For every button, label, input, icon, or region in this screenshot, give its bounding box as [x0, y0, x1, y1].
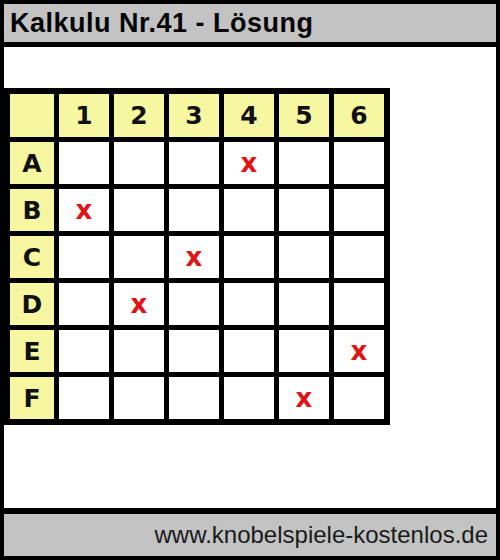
- title-bar: Kalkulu Nr.41 - Lösung: [0, 0, 500, 47]
- cell-E4: [224, 330, 274, 372]
- cell-D2: x: [114, 283, 164, 325]
- cell-D1: [59, 283, 109, 325]
- column-header-4: 4: [224, 94, 274, 137]
- cell-F3: [169, 377, 219, 419]
- cell-B4: [224, 189, 274, 231]
- cell-F5: x: [279, 377, 329, 419]
- cell-D5: [279, 283, 329, 325]
- row-header-A: A: [10, 142, 54, 184]
- cell-B5: [279, 189, 329, 231]
- cell-A5: [279, 142, 329, 184]
- cell-C3: x: [169, 236, 219, 278]
- cell-A2: [114, 142, 164, 184]
- cell-C1: [59, 236, 109, 278]
- cell-A1: [59, 142, 109, 184]
- cell-C5: [279, 236, 329, 278]
- footer-bar: www.knobelspiele-kostenlos.de: [0, 508, 500, 560]
- cell-F2: [114, 377, 164, 419]
- cell-A3: [169, 142, 219, 184]
- page: Kalkulu Nr.41 - Lösung 123456AxBxCxDxExF…: [0, 0, 500, 560]
- column-header-3: 3: [169, 94, 219, 137]
- content-area: 123456AxBxCxDxExFx: [0, 47, 500, 508]
- cell-C6: [334, 236, 384, 278]
- corner-cell: [10, 94, 54, 137]
- cell-F4: [224, 377, 274, 419]
- row-header-C: C: [10, 236, 54, 278]
- cell-C2: [114, 236, 164, 278]
- puzzle-board: 123456AxBxCxDxExFx: [4, 88, 390, 425]
- cell-E5: [279, 330, 329, 372]
- cell-E2: [114, 330, 164, 372]
- row-header-D: D: [10, 283, 54, 325]
- cell-B1: x: [59, 189, 109, 231]
- cell-B3: [169, 189, 219, 231]
- page-title: Kalkulu Nr.41 - Lösung: [10, 8, 314, 39]
- cell-D6: [334, 283, 384, 325]
- cell-D3: [169, 283, 219, 325]
- cell-B6: [334, 189, 384, 231]
- cell-F1: [59, 377, 109, 419]
- cell-A6: [334, 142, 384, 184]
- column-header-5: 5: [279, 94, 329, 137]
- cell-E1: [59, 330, 109, 372]
- cell-A4: x: [224, 142, 274, 184]
- column-header-2: 2: [114, 94, 164, 137]
- row-header-B: B: [10, 189, 54, 231]
- cell-B2: [114, 189, 164, 231]
- row-header-F: F: [10, 377, 54, 419]
- column-header-6: 6: [334, 94, 384, 137]
- cell-D4: [224, 283, 274, 325]
- cell-E3: [169, 330, 219, 372]
- cell-C4: [224, 236, 274, 278]
- cell-F6: [334, 377, 384, 419]
- row-header-E: E: [10, 330, 54, 372]
- cell-E6: x: [334, 330, 384, 372]
- website-link[interactable]: www.knobelspiele-kostenlos.de: [154, 521, 488, 549]
- column-header-1: 1: [59, 94, 109, 137]
